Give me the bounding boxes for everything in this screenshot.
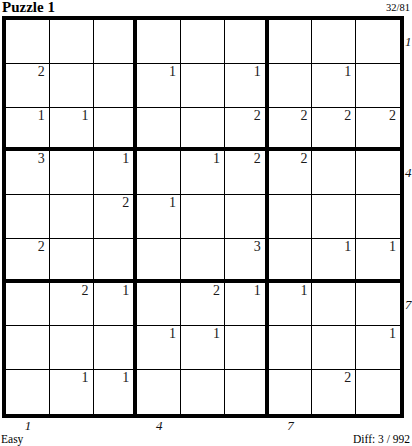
clue-digit: 1: [254, 64, 261, 80]
grid-cell-r2c4[interactable]: 1: [137, 64, 181, 108]
row-labels: 147: [405, 20, 412, 414]
grid-cell-r6c9[interactable]: 1: [356, 239, 400, 283]
grid-cell-r2c3[interactable]: [94, 64, 138, 108]
clue-digit: 1: [389, 239, 396, 255]
col-label-1: 1: [6, 419, 50, 433]
grid-cell-r4c2[interactable]: [50, 151, 94, 195]
clue-digit: 2: [300, 108, 307, 124]
grid-cell-r6c7[interactable]: [269, 239, 313, 283]
grid-cell-r7c1[interactable]: [6, 283, 50, 327]
grid-cell-r6c2[interactable]: [50, 239, 94, 283]
grid-cell-r4c4[interactable]: [137, 151, 181, 195]
grid-cell-r6c3[interactable]: [94, 239, 138, 283]
grid-cell-r6c6[interactable]: 3: [225, 239, 269, 283]
difficulty-label: Easy: [1, 432, 23, 446]
clue-digit: 3: [38, 151, 45, 167]
clue-digit: 2: [344, 370, 351, 386]
clue-digit: 1: [82, 370, 89, 386]
grid-cell-r2c6[interactable]: 1: [225, 64, 269, 108]
grid-cell-r7c2[interactable]: 2: [50, 283, 94, 327]
clue-digit: 1: [344, 239, 351, 255]
grid-cell-r1c6[interactable]: [225, 20, 269, 64]
clue-digit: 1: [300, 283, 307, 299]
clue-digit: 2: [300, 151, 307, 167]
grid-cell-r3c1[interactable]: 1: [6, 108, 50, 152]
grid-cell-r7c3[interactable]: 1: [94, 283, 138, 327]
grid-cell-r9c1[interactable]: [6, 370, 50, 414]
grid-cell-r9c3[interactable]: 1: [94, 370, 138, 414]
clue-digit: 1: [344, 64, 351, 80]
clue-digit: 1: [122, 283, 129, 299]
clue-digit: 3: [254, 239, 261, 255]
grid-cell-r9c8[interactable]: 2: [312, 370, 356, 414]
grid-cell-r7c5[interactable]: 2: [181, 283, 225, 327]
grid-cell-r7c8[interactable]: [312, 283, 356, 327]
clue-digit: 1: [389, 326, 396, 342]
clue-digit: 2: [254, 151, 261, 167]
clue-counter: 32/81: [386, 2, 410, 13]
grid-cell-r9c4[interactable]: [137, 370, 181, 414]
grid-cell-r8c5[interactable]: 1: [181, 326, 225, 370]
grid-cell-r1c3[interactable]: [94, 20, 138, 64]
clue-digit: 1: [82, 108, 89, 124]
grid-cell-r8c2[interactable]: [50, 326, 94, 370]
grid-cell-r6c1[interactable]: 2: [6, 239, 50, 283]
grid-cell-r1c1[interactable]: [6, 20, 50, 64]
row-label-4: 4: [405, 151, 412, 195]
grid-cell-r2c1[interactable]: 2: [6, 64, 50, 108]
grid-cell-r1c8[interactable]: [312, 20, 356, 64]
grid-cell-r3c7[interactable]: 2: [269, 108, 313, 152]
grid-cell-r8c9[interactable]: 1: [356, 326, 400, 370]
grid-cell-r8c3[interactable]: [94, 326, 138, 370]
grid-cell-r3c9[interactable]: 2: [356, 108, 400, 152]
grid-cell-r4c5[interactable]: 1: [181, 151, 225, 195]
grid-cell-r8c7[interactable]: [269, 326, 313, 370]
grid-cell-r4c1[interactable]: 3: [6, 151, 50, 195]
grid-cell-r9c2[interactable]: 1: [50, 370, 94, 414]
grid-cell-r6c5[interactable]: [181, 239, 225, 283]
grid-cell-r3c6[interactable]: 2: [225, 108, 269, 152]
grid-cell-r5c1[interactable]: [6, 195, 50, 239]
grid-cell-r7c6[interactable]: 1: [225, 283, 269, 327]
grid-cell-r7c7[interactable]: 1: [269, 283, 313, 327]
clue-digit: 2: [38, 64, 45, 80]
grid-cell-r5c3[interactable]: 2: [94, 195, 138, 239]
grid-cell-r2c2[interactable]: [50, 64, 94, 108]
clue-digit: 2: [82, 283, 89, 299]
clue-digit: 1: [254, 283, 261, 299]
col-label-4: 4: [137, 419, 181, 433]
grid-cell-r8c6[interactable]: [225, 326, 269, 370]
grid-cell-r2c5[interactable]: [181, 64, 225, 108]
grid-cell-r8c4[interactable]: 1: [137, 326, 181, 370]
clue-digit: 2: [213, 283, 220, 299]
grid-cell-r1c4[interactable]: [137, 20, 181, 64]
grid-cell-r4c6[interactable]: 2: [225, 151, 269, 195]
clue-digit: 2: [344, 108, 351, 124]
grid-cell-r7c9[interactable]: [356, 283, 400, 327]
grid-cell-r6c8[interactable]: 1: [312, 239, 356, 283]
grid-cell-r3c4[interactable]: [137, 108, 181, 152]
grid-cell-r4c7[interactable]: 2: [269, 151, 313, 195]
clue-digit: 1: [213, 326, 220, 342]
grid-cell-r9c5[interactable]: [181, 370, 225, 414]
grid-cell-r1c5[interactable]: [181, 20, 225, 64]
grid-cell-r9c7[interactable]: [269, 370, 313, 414]
grid-cell-r3c8[interactable]: 2: [312, 108, 356, 152]
row-label-1: 1: [405, 20, 412, 64]
puzzle-page: Puzzle 1 32/81 2111112222311222123112121…: [0, 0, 412, 446]
grid-cell-r4c9[interactable]: [356, 151, 400, 195]
clue-digit: 1: [38, 108, 45, 124]
grid-cell-r5c8[interactable]: [312, 195, 356, 239]
grid-cell-r5c5[interactable]: [181, 195, 225, 239]
grid-cell-r2c8[interactable]: 1: [312, 64, 356, 108]
col-label-7: 7: [269, 419, 313, 433]
grid-cell-r5c4[interactable]: 1: [137, 195, 181, 239]
grid-cell-r2c7[interactable]: [269, 64, 313, 108]
clue-digit: 1: [122, 370, 129, 386]
puzzle-title: Puzzle 1: [2, 0, 55, 15]
diff-stat: Diff: 3 / 992: [353, 432, 410, 446]
grid-cell-r3c3[interactable]: [94, 108, 138, 152]
clue-digit: 2: [254, 108, 261, 124]
clue-digit: 1: [169, 195, 176, 211]
clue-digit: 1: [169, 326, 176, 342]
grid-cell-r1c2[interactable]: [50, 20, 94, 64]
grid-cell-r5c9[interactable]: [356, 195, 400, 239]
grid-cell-r5c6[interactable]: [225, 195, 269, 239]
clue-digit: 1: [122, 151, 129, 167]
clue-digit: 1: [169, 64, 176, 80]
grid-cell-r4c3[interactable]: 1: [94, 151, 138, 195]
grid-cell-r5c7[interactable]: [269, 195, 313, 239]
grid-cell-r1c9[interactable]: [356, 20, 400, 64]
clue-digit: 1: [213, 151, 220, 167]
grid-cell-r8c8[interactable]: [312, 326, 356, 370]
row-label-7: 7: [405, 283, 412, 327]
clue-digit: 2: [38, 239, 45, 255]
grid-cell-r3c2[interactable]: 1: [50, 108, 94, 152]
grid-cell-r8c1[interactable]: [6, 326, 50, 370]
grid-cell-r5c2[interactable]: [50, 195, 94, 239]
grid-cell-r2c9[interactable]: [356, 64, 400, 108]
grid-cell-r3c5[interactable]: [181, 108, 225, 152]
puzzle-board: 21111122223112221231121211111112: [2, 16, 404, 418]
clue-digit: 2: [389, 108, 396, 124]
grid-cell-r9c6[interactable]: [225, 370, 269, 414]
grid-cell-r9c9[interactable]: [356, 370, 400, 414]
grid-cell-r1c7[interactable]: [269, 20, 313, 64]
col-labels: 147: [6, 419, 400, 433]
grid-cell-r4c8[interactable]: [312, 151, 356, 195]
grid-cell-r7c4[interactable]: [137, 283, 181, 327]
grid-cell-r6c4[interactable]: [137, 239, 181, 283]
clue-digit: 2: [122, 195, 129, 211]
